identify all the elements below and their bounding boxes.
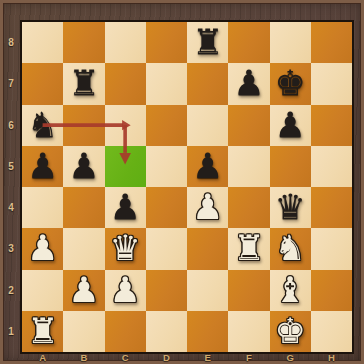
piece-black-pawn[interactable]: ♟ — [27, 146, 58, 187]
rank-label: 4 — [0, 187, 22, 228]
file-label: E — [187, 351, 228, 364]
square-g4[interactable]: ♛ — [270, 187, 311, 228]
file-label: C — [105, 351, 146, 364]
file-label: H — [311, 351, 352, 364]
piece-black-pawn[interactable]: ♟ — [192, 146, 223, 187]
square-f1[interactable] — [228, 311, 269, 352]
piece-white-rook[interactable]: ♜ — [233, 228, 264, 269]
square-d1[interactable] — [146, 311, 187, 352]
piece-white-rook[interactable]: ♜ — [27, 311, 58, 352]
square-f7[interactable]: ♟ — [228, 63, 269, 104]
square-c2[interactable]: ♟ — [105, 270, 146, 311]
piece-black-pawn[interactable]: ♟ — [233, 63, 264, 104]
square-h7[interactable] — [311, 63, 352, 104]
piece-white-pawn[interactable]: ♟ — [68, 270, 99, 311]
square-d8[interactable] — [146, 22, 187, 63]
square-e5[interactable]: ♟ — [187, 146, 228, 187]
square-b4[interactable] — [63, 187, 104, 228]
square-a3[interactable]: ♟ — [22, 228, 63, 269]
square-g8[interactable] — [270, 22, 311, 63]
file-label: G — [270, 351, 311, 364]
piece-white-king[interactable]: ♚ — [274, 311, 305, 352]
square-b5[interactable]: ♟ — [63, 146, 104, 187]
rank-labels: 87654321 — [0, 22, 22, 352]
square-b3[interactable] — [63, 228, 104, 269]
piece-white-knight[interactable]: ♞ — [274, 228, 305, 269]
square-h5[interactable] — [311, 146, 352, 187]
square-h4[interactable] — [311, 187, 352, 228]
square-a2[interactable] — [22, 270, 63, 311]
square-h2[interactable] — [311, 270, 352, 311]
square-c4[interactable]: ♟ — [105, 187, 146, 228]
square-h8[interactable] — [311, 22, 352, 63]
square-a7[interactable] — [22, 63, 63, 104]
square-b6[interactable] — [63, 105, 104, 146]
file-label: A — [22, 351, 63, 364]
rank-label: 5 — [0, 146, 22, 187]
square-g5[interactable] — [270, 146, 311, 187]
square-f3[interactable]: ♜ — [228, 228, 269, 269]
square-f8[interactable] — [228, 22, 269, 63]
square-f5[interactable] — [228, 146, 269, 187]
square-d6[interactable] — [146, 105, 187, 146]
square-a5[interactable]: ♟ — [22, 146, 63, 187]
piece-black-rook[interactable]: ♜ — [192, 22, 223, 63]
square-a6[interactable]: ♞ — [22, 105, 63, 146]
piece-black-rook[interactable]: ♜ — [68, 63, 99, 104]
file-label: F — [228, 351, 269, 364]
square-e7[interactable] — [187, 63, 228, 104]
piece-white-pawn[interactable]: ♟ — [109, 270, 140, 311]
square-g1[interactable]: ♚ — [270, 311, 311, 352]
square-d5[interactable] — [146, 146, 187, 187]
rank-label: 2 — [0, 270, 22, 311]
square-f2[interactable] — [228, 270, 269, 311]
piece-black-king[interactable]: ♚ — [274, 63, 305, 104]
square-g6[interactable]: ♟ — [270, 105, 311, 146]
piece-black-pawn[interactable]: ♟ — [109, 187, 140, 228]
square-c5[interactable] — [105, 146, 146, 187]
square-c7[interactable] — [105, 63, 146, 104]
square-b7[interactable]: ♜ — [63, 63, 104, 104]
piece-white-pawn[interactable]: ♟ — [27, 228, 58, 269]
piece-white-pawn[interactable]: ♟ — [192, 187, 223, 228]
square-e1[interactable] — [187, 311, 228, 352]
square-e3[interactable] — [187, 228, 228, 269]
square-e6[interactable] — [187, 105, 228, 146]
square-g7[interactable]: ♚ — [270, 63, 311, 104]
rank-label: 8 — [0, 22, 22, 63]
square-d2[interactable] — [146, 270, 187, 311]
square-a4[interactable] — [22, 187, 63, 228]
piece-black-queen[interactable]: ♛ — [274, 187, 305, 228]
square-c8[interactable] — [105, 22, 146, 63]
rank-label: 7 — [0, 63, 22, 104]
square-f6[interactable] — [228, 105, 269, 146]
square-e4[interactable]: ♟ — [187, 187, 228, 228]
square-d3[interactable] — [146, 228, 187, 269]
square-d4[interactable] — [146, 187, 187, 228]
square-h3[interactable] — [311, 228, 352, 269]
square-g2[interactable]: ♝ — [270, 270, 311, 311]
square-a8[interactable] — [22, 22, 63, 63]
square-g3[interactable]: ♞ — [270, 228, 311, 269]
piece-black-pawn[interactable]: ♟ — [274, 105, 305, 146]
rank-label: 6 — [0, 105, 22, 146]
square-e8[interactable]: ♜ — [187, 22, 228, 63]
square-d7[interactable] — [146, 63, 187, 104]
square-e2[interactable] — [187, 270, 228, 311]
file-label: B — [63, 351, 104, 364]
piece-black-knight[interactable]: ♞ — [27, 105, 58, 146]
rank-label: 3 — [0, 228, 22, 269]
square-b2[interactable]: ♟ — [63, 270, 104, 311]
square-h6[interactable] — [311, 105, 352, 146]
square-b1[interactable] — [63, 311, 104, 352]
square-b8[interactable] — [63, 22, 104, 63]
square-f4[interactable] — [228, 187, 269, 228]
square-a1[interactable]: ♜ — [22, 311, 63, 352]
square-c3[interactable]: ♛ — [105, 228, 146, 269]
board-grid: ♜♜♟♚♞♟♟♟♟♟♟♛♟♛♜♞♟♟♝♜♚ — [22, 22, 352, 352]
square-c1[interactable] — [105, 311, 146, 352]
file-label: D — [146, 351, 187, 364]
piece-white-queen[interactable]: ♛ — [109, 228, 140, 269]
piece-white-bishop[interactable]: ♝ — [274, 270, 305, 311]
file-labels: ABCDEFGH — [22, 351, 352, 364]
rank-label: 1 — [0, 311, 22, 352]
chess-board-screenshot: 87654321 ABCDEFGH ♜♜♟♚♞♟♟♟♟♟♟♛♟♛♜♞♟♟♝♜♚ — [0, 0, 364, 364]
square-h1[interactable] — [311, 311, 352, 352]
square-c6[interactable] — [105, 105, 146, 146]
piece-black-pawn[interactable]: ♟ — [68, 146, 99, 187]
